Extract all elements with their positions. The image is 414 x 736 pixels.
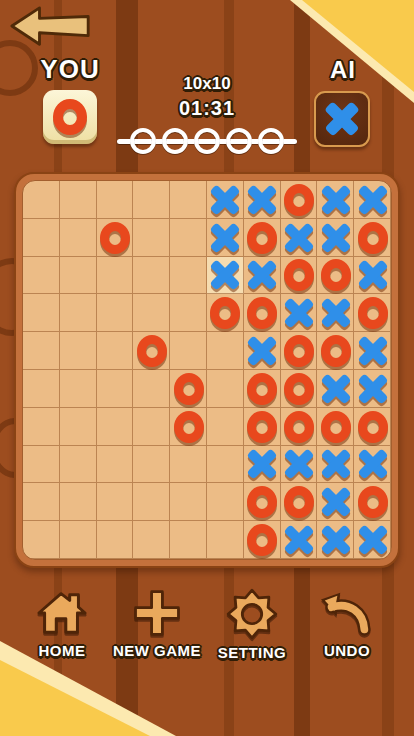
x-piece — [283, 524, 315, 556]
cell-r6c0[interactable] — [23, 408, 60, 446]
x-piece — [246, 184, 278, 216]
cell-r5c1[interactable] — [60, 370, 97, 408]
cell-r9c2[interactable] — [97, 521, 134, 559]
o-piece — [174, 411, 204, 443]
cell-r4c2[interactable] — [97, 332, 134, 370]
x-piece — [209, 184, 241, 216]
cell-r7c2[interactable] — [97, 446, 134, 484]
cell-r2c0[interactable] — [23, 257, 60, 295]
cell-r2c4[interactable] — [170, 257, 207, 295]
cell-r9c3[interactable] — [133, 521, 170, 559]
nav-new-game-button[interactable]: NEW GAME — [105, 588, 209, 678]
cell-r0c6 — [244, 181, 281, 219]
cell-r8c8 — [317, 483, 354, 521]
home-icon — [35, 588, 89, 638]
x-piece — [357, 448, 389, 480]
back-arrow-icon — [8, 5, 92, 49]
cell-r4c1[interactable] — [60, 332, 97, 370]
cell-r0c5 — [207, 181, 244, 219]
x-piece — [320, 297, 352, 329]
cell-r7c5[interactable] — [207, 446, 244, 484]
cell-r0c2[interactable] — [97, 181, 134, 219]
o-piece — [247, 486, 277, 518]
opponent-name-label: AI — [303, 56, 383, 84]
cell-r1c8 — [317, 219, 354, 257]
o-piece — [247, 524, 277, 556]
cell-r0c9 — [354, 181, 391, 219]
plus-icon — [131, 588, 183, 638]
x-piece — [320, 524, 352, 556]
back-button[interactable] — [8, 5, 92, 49]
x-piece — [357, 335, 389, 367]
cell-r0c8 — [317, 181, 354, 219]
o-piece — [284, 486, 314, 518]
game-screen: { "game": "Tic Tac Toe 10x10 (five-in-a-… — [0, 0, 414, 736]
cell-r5c3[interactable] — [133, 370, 170, 408]
cell-r0c4[interactable] — [170, 181, 207, 219]
cell-r5c8 — [317, 370, 354, 408]
cell-r7c3[interactable] — [133, 446, 170, 484]
o-piece — [284, 411, 314, 443]
cell-r5c4 — [170, 370, 207, 408]
player-name-label: YOU — [30, 54, 110, 85]
cell-r3c6 — [244, 294, 281, 332]
nav-home-label: HOME — [10, 642, 114, 659]
cell-r9c6 — [244, 521, 281, 559]
x-piece — [357, 524, 389, 556]
cell-r7c4[interactable] — [170, 446, 207, 484]
cell-r9c8 — [317, 521, 354, 559]
cell-r3c1[interactable] — [60, 294, 97, 332]
game-board — [14, 172, 400, 568]
o-piece — [321, 411, 351, 443]
x-piece — [209, 259, 241, 291]
undo-arrow-icon — [320, 588, 374, 638]
cell-r3c5 — [207, 294, 244, 332]
cell-r3c7 — [281, 294, 318, 332]
cell-r8c9 — [354, 483, 391, 521]
nav-setting-label: SETTING — [200, 644, 304, 661]
x-piece — [246, 259, 278, 291]
cell-r3c0[interactable] — [23, 294, 60, 332]
cell-r6c9 — [354, 408, 391, 446]
cell-r1c0[interactable] — [23, 219, 60, 257]
cell-r1c3[interactable] — [133, 219, 170, 257]
cell-r7c1[interactable] — [60, 446, 97, 484]
cell-r2c8 — [317, 257, 354, 295]
o-piece — [321, 335, 351, 367]
o-piece — [247, 297, 277, 329]
cell-r7c8 — [317, 446, 354, 484]
x-piece — [246, 448, 278, 480]
cell-r4c4[interactable] — [170, 332, 207, 370]
cell-r3c2[interactable] — [97, 294, 134, 332]
cell-r6c4 — [170, 408, 207, 446]
cell-r9c5[interactable] — [207, 521, 244, 559]
o-piece — [210, 297, 240, 329]
cell-r6c6 — [244, 408, 281, 446]
cell-r3c3[interactable] — [133, 294, 170, 332]
cell-r5c0[interactable] — [23, 370, 60, 408]
nav-new-game-label: NEW GAME — [105, 642, 209, 659]
cell-r9c7 — [281, 521, 318, 559]
cell-r6c2[interactable] — [97, 408, 134, 446]
cell-r5c5[interactable] — [207, 370, 244, 408]
cell-r1c5 — [207, 219, 244, 257]
o-piece — [174, 373, 204, 405]
cell-r1c7 — [281, 219, 318, 257]
cell-r2c5 — [207, 257, 244, 295]
cell-r7c9 — [354, 446, 391, 484]
x-piece — [320, 486, 352, 518]
cell-r0c1[interactable] — [60, 181, 97, 219]
cell-r4c7 — [281, 332, 318, 370]
x-piece — [209, 222, 241, 254]
cell-r0c0[interactable] — [23, 181, 60, 219]
win-chain-circle — [258, 128, 284, 154]
x-piece — [320, 222, 352, 254]
x-piece — [357, 259, 389, 291]
cell-r6c1[interactable] — [60, 408, 97, 446]
win-chain-circle — [226, 128, 252, 154]
cell-r8c0[interactable] — [23, 483, 60, 521]
cell-r8c4[interactable] — [170, 483, 207, 521]
cell-r4c9 — [354, 332, 391, 370]
o-piece — [284, 184, 314, 216]
cell-r9c1[interactable] — [60, 521, 97, 559]
cell-r1c9 — [354, 219, 391, 257]
cell-r2c2[interactable] — [97, 257, 134, 295]
cell-r5c9 — [354, 370, 391, 408]
o-piece — [247, 411, 277, 443]
o-piece — [284, 373, 314, 405]
cell-r2c3[interactable] — [133, 257, 170, 295]
win-length-indicator — [117, 127, 297, 155]
o-piece — [358, 411, 388, 443]
cell-r8c3[interactable] — [133, 483, 170, 521]
nav-setting-button[interactable]: SETTING — [200, 588, 304, 678]
nav-undo-button[interactable]: UNDO — [295, 588, 399, 678]
x-piece — [320, 373, 352, 405]
x-piece — [320, 448, 352, 480]
cell-r9c9 — [354, 521, 391, 559]
cell-r6c7 — [281, 408, 318, 446]
board-size-label: 10x10 — [147, 74, 267, 94]
cell-r4c5[interactable] — [207, 332, 244, 370]
cell-r9c4[interactable] — [170, 521, 207, 559]
board-grid — [22, 180, 392, 560]
cell-r3c8 — [317, 294, 354, 332]
x-piece — [357, 184, 389, 216]
cell-r8c6 — [244, 483, 281, 521]
o-piece — [247, 373, 277, 405]
cell-r2c9 — [354, 257, 391, 295]
win-chain-circle — [130, 128, 156, 154]
cell-r0c3[interactable] — [133, 181, 170, 219]
cell-r6c8 — [317, 408, 354, 446]
cell-r4c6 — [244, 332, 281, 370]
cell-r8c5[interactable] — [207, 483, 244, 521]
cell-r4c8 — [317, 332, 354, 370]
x-piece — [283, 297, 315, 329]
x-piece — [283, 448, 315, 480]
o-piece — [284, 335, 314, 367]
cell-r3c9 — [354, 294, 391, 332]
o-piece — [284, 259, 314, 291]
cell-r1c2 — [97, 219, 134, 257]
cell-r0c7 — [281, 181, 318, 219]
cell-r2c6 — [244, 257, 281, 295]
cell-r6c5[interactable] — [207, 408, 244, 446]
cell-r5c7 — [281, 370, 318, 408]
gear-icon — [225, 588, 279, 640]
o-piece — [358, 486, 388, 518]
nav-undo-label: UNDO — [295, 642, 399, 659]
x-piece — [357, 373, 389, 405]
cell-r4c0[interactable] — [23, 332, 60, 370]
cell-r2c7 — [281, 257, 318, 295]
nav-home-button[interactable]: HOME — [10, 588, 114, 678]
cell-r1c1[interactable] — [60, 219, 97, 257]
o-piece — [247, 222, 277, 254]
player-symbol-badge — [43, 90, 97, 144]
x-piece — [283, 222, 315, 254]
o-piece — [358, 222, 388, 254]
o-piece — [100, 222, 130, 254]
cell-r6c3[interactable] — [133, 408, 170, 446]
cell-r8c7 — [281, 483, 318, 521]
cell-r7c0[interactable] — [23, 446, 60, 484]
x-symbol-icon — [326, 103, 358, 135]
cell-r2c1[interactable] — [60, 257, 97, 295]
timer: 01:31 — [147, 97, 267, 120]
cell-r3c4[interactable] — [170, 294, 207, 332]
o-piece — [137, 335, 167, 367]
cell-r7c7 — [281, 446, 318, 484]
o-piece — [358, 297, 388, 329]
cell-r8c1[interactable] — [60, 483, 97, 521]
win-chain-circle — [162, 128, 188, 154]
x-piece — [320, 184, 352, 216]
cell-r7c6 — [244, 446, 281, 484]
cell-r1c6 — [244, 219, 281, 257]
x-piece — [246, 335, 278, 367]
cell-r5c2[interactable] — [97, 370, 134, 408]
cell-r8c2[interactable] — [97, 483, 134, 521]
opponent-symbol-badge — [314, 91, 370, 147]
cell-r5c6 — [244, 370, 281, 408]
o-symbol-icon — [53, 99, 87, 135]
win-chain-circle — [194, 128, 220, 154]
o-piece — [321, 259, 351, 291]
cell-r1c4[interactable] — [170, 219, 207, 257]
cell-r9c0[interactable] — [23, 521, 60, 559]
cell-r4c3 — [133, 332, 170, 370]
